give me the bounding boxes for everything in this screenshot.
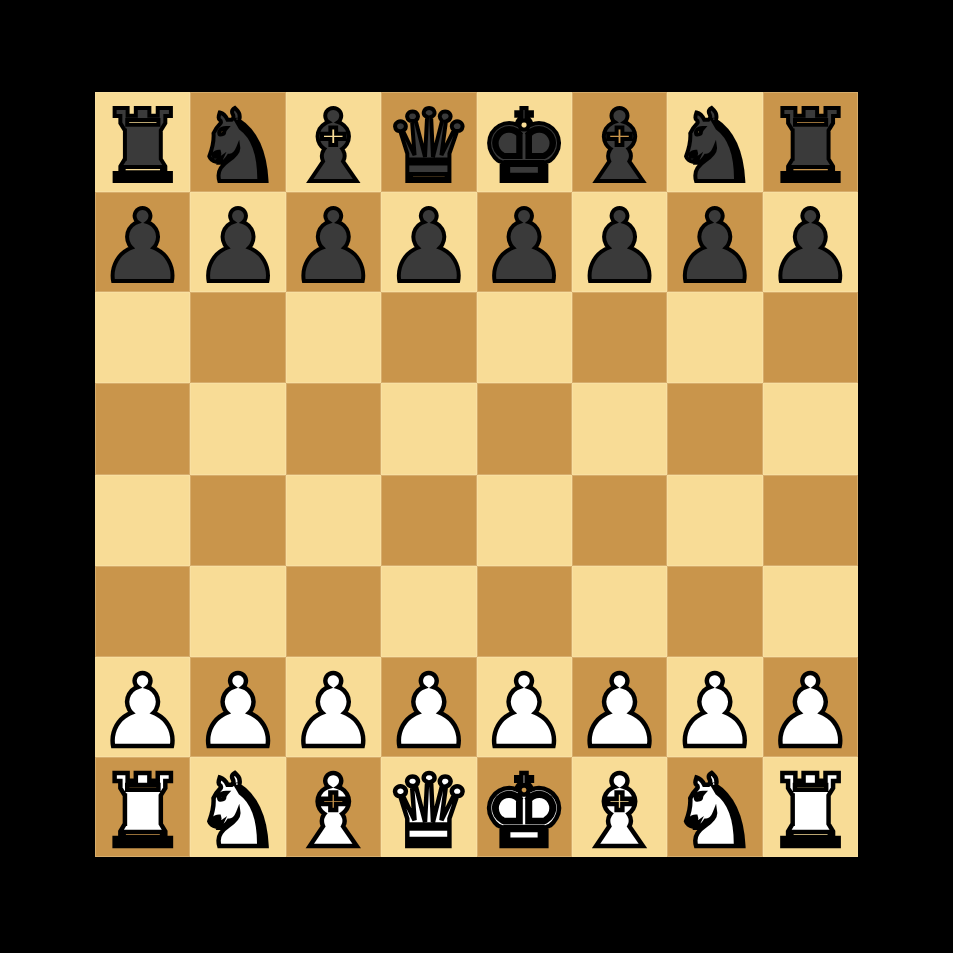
piece-black-pawn[interactable]: ♟ <box>289 197 379 297</box>
piece-black-pawn[interactable]: ♟ <box>384 197 474 297</box>
square-g1[interactable]: ♞ <box>667 757 762 857</box>
square-h5[interactable] <box>763 383 858 474</box>
square-a2[interactable]: ♟ <box>95 657 190 757</box>
square-b8[interactable]: ♞ <box>190 92 285 192</box>
square-f5[interactable] <box>572 383 667 474</box>
piece-black-rook[interactable]: ♜ <box>98 97 188 197</box>
piece-black-pawn[interactable]: ♟ <box>193 197 283 297</box>
piece-black-pawn[interactable]: ♟ <box>670 197 760 297</box>
piece-black-pawn[interactable]: ♟ <box>765 197 855 297</box>
square-g5[interactable] <box>667 383 762 474</box>
square-b6[interactable] <box>190 292 285 383</box>
square-c1[interactable]: ♝ <box>286 757 381 857</box>
square-f1[interactable]: ♝ <box>572 757 667 857</box>
piece-black-bishop[interactable]: ♝ <box>289 97 379 197</box>
square-c6[interactable] <box>286 292 381 383</box>
square-h2[interactable]: ♟ <box>763 657 858 757</box>
square-g8[interactable]: ♞ <box>667 92 762 192</box>
square-g7[interactable]: ♟ <box>667 192 762 292</box>
square-a6[interactable] <box>95 292 190 383</box>
square-g6[interactable] <box>667 292 762 383</box>
square-a8[interactable]: ♜ <box>95 92 190 192</box>
square-c3[interactable] <box>286 566 381 657</box>
piece-white-pawn[interactable]: ♟ <box>384 662 474 762</box>
chess-board: ♜♞♝♛♚♝♞♜♟♟♟♟♟♟♟♟♟♟♟♟♟♟♟♟♜♞♝♛♚♝♞♜ <box>95 92 858 857</box>
square-h4[interactable] <box>763 475 858 566</box>
square-g3[interactable] <box>667 566 762 657</box>
piece-black-knight[interactable]: ♞ <box>670 97 760 197</box>
square-d4[interactable] <box>381 475 476 566</box>
square-a7[interactable]: ♟ <box>95 192 190 292</box>
piece-white-knight[interactable]: ♞ <box>670 762 760 862</box>
square-e6[interactable] <box>477 292 572 383</box>
piece-white-pawn[interactable]: ♟ <box>670 662 760 762</box>
piece-white-pawn[interactable]: ♟ <box>479 662 569 762</box>
square-c2[interactable]: ♟ <box>286 657 381 757</box>
square-d3[interactable] <box>381 566 476 657</box>
square-c8[interactable]: ♝ <box>286 92 381 192</box>
piece-black-pawn[interactable]: ♟ <box>575 197 665 297</box>
piece-black-pawn[interactable]: ♟ <box>479 197 569 297</box>
square-f2[interactable]: ♟ <box>572 657 667 757</box>
square-h7[interactable]: ♟ <box>763 192 858 292</box>
square-a1[interactable]: ♜ <box>95 757 190 857</box>
square-d6[interactable] <box>381 292 476 383</box>
piece-white-rook[interactable]: ♜ <box>98 762 188 862</box>
square-c5[interactable] <box>286 383 381 474</box>
square-c4[interactable] <box>286 475 381 566</box>
square-a3[interactable] <box>95 566 190 657</box>
canvas-background: ♜♞♝♛♚♝♞♜♟♟♟♟♟♟♟♟♟♟♟♟♟♟♟♟♜♞♝♛♚♝♞♜ <box>0 0 953 953</box>
piece-white-rook[interactable]: ♜ <box>765 762 855 862</box>
square-f7[interactable]: ♟ <box>572 192 667 292</box>
square-f6[interactable] <box>572 292 667 383</box>
piece-black-knight[interactable]: ♞ <box>193 97 283 197</box>
square-e1[interactable]: ♚ <box>477 757 572 857</box>
piece-black-bishop[interactable]: ♝ <box>575 97 665 197</box>
square-c7[interactable]: ♟ <box>286 192 381 292</box>
square-b4[interactable] <box>190 475 285 566</box>
square-e3[interactable] <box>477 566 572 657</box>
piece-white-knight[interactable]: ♞ <box>193 762 283 862</box>
piece-white-bishop[interactable]: ♝ <box>575 762 665 862</box>
square-e8[interactable]: ♚ <box>477 92 572 192</box>
square-d2[interactable]: ♟ <box>381 657 476 757</box>
square-d5[interactable] <box>381 383 476 474</box>
piece-white-queen[interactable]: ♛ <box>384 762 474 862</box>
piece-white-king[interactable]: ♚ <box>479 762 569 862</box>
square-h1[interactable]: ♜ <box>763 757 858 857</box>
square-h6[interactable] <box>763 292 858 383</box>
piece-white-bishop[interactable]: ♝ <box>289 762 379 862</box>
piece-white-pawn[interactable]: ♟ <box>193 662 283 762</box>
square-h3[interactable] <box>763 566 858 657</box>
piece-white-pawn[interactable]: ♟ <box>98 662 188 762</box>
piece-black-king[interactable]: ♚ <box>479 97 569 197</box>
square-f8[interactable]: ♝ <box>572 92 667 192</box>
square-f4[interactable] <box>572 475 667 566</box>
square-g2[interactable]: ♟ <box>667 657 762 757</box>
piece-white-pawn[interactable]: ♟ <box>289 662 379 762</box>
square-d8[interactable]: ♛ <box>381 92 476 192</box>
piece-black-rook[interactable]: ♜ <box>765 97 855 197</box>
square-e4[interactable] <box>477 475 572 566</box>
piece-white-pawn[interactable]: ♟ <box>765 662 855 762</box>
square-b2[interactable]: ♟ <box>190 657 285 757</box>
piece-black-pawn[interactable]: ♟ <box>98 197 188 297</box>
square-h8[interactable]: ♜ <box>763 92 858 192</box>
square-e2[interactable]: ♟ <box>477 657 572 757</box>
square-a5[interactable] <box>95 383 190 474</box>
piece-white-pawn[interactable]: ♟ <box>575 662 665 762</box>
square-d1[interactable]: ♛ <box>381 757 476 857</box>
square-b7[interactable]: ♟ <box>190 192 285 292</box>
square-d7[interactable]: ♟ <box>381 192 476 292</box>
piece-black-queen[interactable]: ♛ <box>384 97 474 197</box>
square-e7[interactable]: ♟ <box>477 192 572 292</box>
square-e5[interactable] <box>477 383 572 474</box>
square-g4[interactable] <box>667 475 762 566</box>
square-a4[interactable] <box>95 475 190 566</box>
square-b3[interactable] <box>190 566 285 657</box>
square-b5[interactable] <box>190 383 285 474</box>
square-b1[interactable]: ♞ <box>190 757 285 857</box>
square-f3[interactable] <box>572 566 667 657</box>
